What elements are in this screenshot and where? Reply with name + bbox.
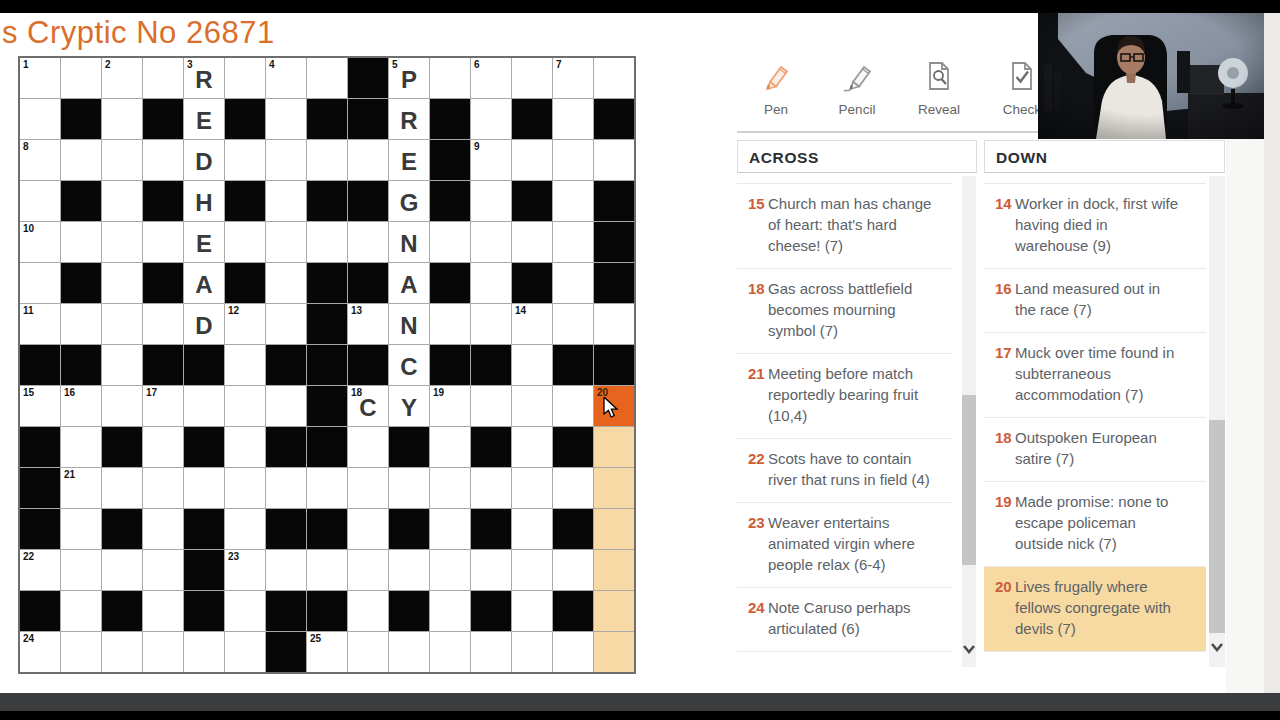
clue-number: 18 [737, 278, 768, 341]
clue-text: Note Caruso perhapsarticulated (6) [768, 597, 911, 639]
grid-cell-r2c2 [61, 99, 101, 139]
grid-cell-r2c5[interactable]: E [184, 99, 224, 139]
grid-cell-r13c15[interactable] [594, 550, 634, 590]
clue-17-down[interactable]: 17Muck over time found insubterraneousac… [984, 332, 1206, 417]
cell-number: 16 [64, 387, 75, 398]
cell-letter: H [184, 181, 224, 221]
page-title: s Cryptic No 26871 [2, 15, 275, 51]
grid-cell-r9c6[interactable] [225, 386, 265, 426]
grid-cell-r8c12 [471, 345, 511, 385]
clue-number: 23 [737, 512, 768, 575]
grid-cell-r11c8[interactable] [307, 468, 347, 508]
grid-cell-r4c4 [143, 181, 183, 221]
grid-cell-r13c6[interactable]: 23 [225, 550, 265, 590]
grid-cell-r4c1[interactable] [20, 181, 60, 221]
grid-cell-r6c3[interactable] [102, 263, 142, 303]
across-clues-panel: ACROSS 15Church man has changeof heart: … [737, 140, 977, 652]
grid-cell-r5c15 [594, 222, 634, 262]
grid-cell-r2c15 [594, 99, 634, 139]
grid-cell-r13c13[interactable] [512, 550, 552, 590]
grid-cell-r7c12[interactable] [471, 304, 511, 344]
across-scrollbar[interactable] [962, 176, 976, 667]
grid-cell-r1c11[interactable] [430, 58, 470, 98]
cell-number: 25 [310, 633, 321, 644]
grid-cell-r3c5[interactable]: D [184, 140, 224, 180]
grid-cell-r11c13[interactable] [512, 468, 552, 508]
grid-cell-r4c7[interactable] [266, 181, 306, 221]
grid-cell-r7c14[interactable] [553, 304, 593, 344]
grid-cell-r8c1 [20, 345, 60, 385]
grid-cell-r4c2 [61, 181, 101, 221]
grid-cell-r8c5 [184, 345, 224, 385]
pencil-button[interactable]: Pencil [821, 58, 893, 117]
cell-letter: E [184, 222, 224, 262]
grid-cell-r12c3 [102, 509, 142, 549]
grid-cell-r3c1[interactable]: 8 [20, 140, 60, 180]
grid-cell-r15c13[interactable] [512, 632, 552, 672]
grid-cell-r3c4[interactable] [143, 140, 183, 180]
grid-cell-r15c10[interactable] [389, 632, 429, 672]
cell-letter: Y [389, 386, 429, 426]
clue-number: 14 [984, 193, 1015, 256]
grid-cell-r13c7[interactable] [266, 550, 306, 590]
bottom-gray-bar [0, 693, 1280, 711]
grid-cell-r1c9 [348, 58, 388, 98]
grid-cell-r11c3[interactable] [102, 468, 142, 508]
reveal-icon [922, 58, 956, 96]
down-scrollbar[interactable] [1209, 176, 1225, 667]
grid-cell-r7c15[interactable] [594, 304, 634, 344]
grid-cell-r5c13[interactable] [512, 222, 552, 262]
grid-cell-r3c9[interactable] [348, 140, 388, 180]
grid-cell-r1c8[interactable] [307, 58, 347, 98]
grid-cell-r1c7[interactable]: 4 [266, 58, 306, 98]
grid-cell-r12c5 [184, 509, 224, 549]
clue-23-across[interactable]: 23Weaver entertainsanimated virgin where… [737, 502, 952, 587]
grid-cell-r14c4[interactable] [143, 591, 183, 631]
grid-cell-r9c14[interactable] [553, 386, 593, 426]
clue-number: 20 [984, 576, 1015, 639]
grid-cell-r7c4[interactable] [143, 304, 183, 344]
clue-number: 16 [984, 278, 1015, 320]
grid-cell-r10c12 [471, 427, 511, 467]
crossword-grid: 123R45P67ER8DE9HG10ENAA11D1213N14C151617… [18, 56, 636, 674]
grid-cell-r7c7[interactable] [266, 304, 306, 344]
clue-15-across[interactable]: 15Church man has changeof heart: that's … [737, 183, 952, 268]
grid-cell-r12c10 [389, 509, 429, 549]
across-scroll-down-chevron-icon[interactable] [962, 642, 976, 660]
grid-cell-r2c3[interactable] [102, 99, 142, 139]
grid-cell-r10c9[interactable] [348, 427, 388, 467]
grid-cell-r11c12[interactable] [471, 468, 511, 508]
cell-number: 10 [23, 223, 34, 234]
down-scrollbar-thumb[interactable] [1209, 420, 1225, 633]
grid-cell-r4c10[interactable]: G [389, 181, 429, 221]
grid-cell-r13c4[interactable] [143, 550, 183, 590]
clue-text: Weaver entertainsanimated virgin wherepe… [768, 512, 915, 575]
grid-cell-r9c7[interactable] [266, 386, 306, 426]
mouse-cursor [603, 397, 625, 423]
grid-cell-r10c15[interactable] [594, 427, 634, 467]
grid-cell-r10c4[interactable] [143, 427, 183, 467]
cell-number: 23 [228, 551, 239, 562]
grid-cell-r11c5[interactable] [184, 468, 224, 508]
grid-cell-r12c14 [553, 509, 593, 549]
grid-cell-r9c11[interactable]: 19 [430, 386, 470, 426]
clue-20-down[interactable]: 20Lives frugally wherefellows congregate… [984, 566, 1206, 652]
grid-cell-r8c6[interactable] [225, 345, 265, 385]
grid-cell-r7c13[interactable]: 14 [512, 304, 552, 344]
grid-cell-r9c9[interactable]: 18C [348, 386, 388, 426]
grid-cell-r7c3[interactable] [102, 304, 142, 344]
grid-cell-r7c10[interactable]: N [389, 304, 429, 344]
grid-cell-r2c7[interactable] [266, 99, 306, 139]
cell-letter: E [184, 99, 224, 139]
grid-cell-r5c7[interactable] [266, 222, 306, 262]
cell-number: 14 [515, 305, 526, 316]
grid-cell-r8c15 [594, 345, 634, 385]
check-icon [1005, 58, 1039, 96]
grid-cell-r13c1[interactable]: 22 [20, 550, 60, 590]
grid-cell-r1c1[interactable]: 1 [20, 58, 60, 98]
grid-cell-r6c1[interactable] [20, 263, 60, 303]
grid-cell-r15c9[interactable] [348, 632, 388, 672]
grid-cell-r1c4[interactable] [143, 58, 183, 98]
grid-cell-r5c11[interactable] [430, 222, 470, 262]
clue-22-across[interactable]: 22Scots have to containriver that runs i… [737, 438, 952, 502]
cell-number: 15 [23, 387, 34, 398]
clue-text: Scots have to containriver that runs in … [768, 448, 930, 490]
clue-number: 17 [984, 342, 1015, 405]
grid-cell-r7c5[interactable]: D [184, 304, 224, 344]
cell-letter: R [184, 58, 224, 98]
grid-cell-r15c11[interactable] [430, 632, 470, 672]
grid-cell-r15c1[interactable]: 24 [20, 632, 60, 672]
cell-number: 21 [64, 469, 75, 480]
grid-cell-r3c3[interactable] [102, 140, 142, 180]
grid-cell-r11c15[interactable] [594, 468, 634, 508]
grid-cell-r3c11 [430, 140, 470, 180]
grid-cell-r12c15[interactable] [594, 509, 634, 549]
cell-letter: C [348, 386, 388, 426]
grid-cell-r2c6 [225, 99, 265, 139]
grid-cell-r3c13[interactable] [512, 140, 552, 180]
clue-number: 22 [737, 448, 768, 490]
grid-cell-r2c10[interactable]: R [389, 99, 429, 139]
grid-cell-r13c2[interactable] [61, 550, 101, 590]
grid-cell-r11c7[interactable] [266, 468, 306, 508]
grid-cell-r7c1[interactable]: 11 [20, 304, 60, 344]
grid-cell-r3c2[interactable] [61, 140, 101, 180]
grid-cell-r5c5[interactable]: E [184, 222, 224, 262]
grid-cell-r9c12[interactable] [471, 386, 511, 426]
clue-number: 19 [984, 491, 1015, 554]
across-header: ACROSS [737, 140, 977, 173]
grid-cell-r8c10[interactable]: C [389, 345, 429, 385]
grid-cell-r11c6[interactable] [225, 468, 265, 508]
grid-cell-r14c7 [266, 591, 306, 631]
grid-cell-r4c13 [512, 181, 552, 221]
clue-number: 21 [737, 363, 768, 426]
grid-cell-r2c11 [430, 99, 470, 139]
grid-cell-r9c1[interactable]: 15 [20, 386, 60, 426]
grid-cell-r5c2[interactable] [61, 222, 101, 262]
grid-cell-r13c10[interactable] [389, 550, 429, 590]
grid-cell-r1c2[interactable] [61, 58, 101, 98]
grid-cell-r1c10[interactable]: 5P [389, 58, 429, 98]
grid-cell-r10c2[interactable] [61, 427, 101, 467]
grid-cell-r14c1 [20, 591, 60, 631]
grid-cell-r1c5[interactable]: 3R [184, 58, 224, 98]
grid-cell-r12c11[interactable] [430, 509, 470, 549]
grid-cell-r12c2[interactable] [61, 509, 101, 549]
grid-cell-r7c6[interactable]: 12 [225, 304, 265, 344]
cell-number: 9 [474, 141, 480, 152]
grid-cell-r13c9[interactable] [348, 550, 388, 590]
clue-16-down[interactable]: 16Land measured out inthe race (7) [984, 268, 1206, 332]
clue-19-down[interactable]: 19Made promise: none toescape policemano… [984, 481, 1206, 566]
grid-cell-r3c14[interactable] [553, 140, 593, 180]
grid-cell-r11c4[interactable] [143, 468, 183, 508]
grid-cell-r13c12[interactable] [471, 550, 511, 590]
grid-cell-r15c6[interactable] [225, 632, 265, 672]
grid-cell-r14c9[interactable] [348, 591, 388, 631]
grid-cell-r9c2[interactable]: 16 [61, 386, 101, 426]
grid-cell-r12c8 [307, 509, 347, 549]
grid-cell-r14c6[interactable] [225, 591, 265, 631]
grid-cell-r2c9 [348, 99, 388, 139]
cell-number: 4 [269, 59, 275, 70]
grid-cell-r6c15 [594, 263, 634, 303]
grid-cell-r1c14[interactable]: 7 [553, 58, 593, 98]
grid-cell-r11c2[interactable]: 21 [61, 468, 101, 508]
grid-cell-r6c11 [430, 263, 470, 303]
cell-number: 6 [474, 59, 480, 70]
grid-cell-r6c5[interactable]: A [184, 263, 224, 303]
clue-text: Outspoken Europeansatire (7) [1015, 427, 1157, 469]
grid-cell-r12c9[interactable] [348, 509, 388, 549]
grid-cell-r1c13[interactable] [512, 58, 552, 98]
clue-text: Church man has changeof heart: that's ha… [768, 193, 931, 256]
right-edge-strip [1264, 13, 1280, 693]
grid-cell-r8c13[interactable] [512, 345, 552, 385]
grid-cell-r9c8 [307, 386, 347, 426]
grid-cell-r6c6 [225, 263, 265, 303]
grid-cell-r10c6[interactable] [225, 427, 265, 467]
clue-number: 24 [737, 597, 768, 639]
grid-cell-r6c14[interactable] [553, 263, 593, 303]
cell-number: 17 [146, 387, 157, 398]
grid-cell-r11c1 [20, 468, 60, 508]
grid-cell-r2c8 [307, 99, 347, 139]
grid-cell-r5c8[interactable] [307, 222, 347, 262]
grid-cell-r10c14 [553, 427, 593, 467]
grid-cell-r10c10 [389, 427, 429, 467]
grid-cell-r4c12[interactable] [471, 181, 511, 221]
grid-cell-r9c10[interactable]: Y [389, 386, 429, 426]
grid-cell-r5c4[interactable] [143, 222, 183, 262]
grid-cell-r12c7 [266, 509, 306, 549]
grid-cell-r14c3 [102, 591, 142, 631]
grid-cell-r5c1[interactable]: 10 [20, 222, 60, 262]
grid-cell-r10c5 [184, 427, 224, 467]
grid-cell-r6c13 [512, 263, 552, 303]
grid-cell-r5c14[interactable] [553, 222, 593, 262]
grid-cell-r12c12 [471, 509, 511, 549]
grid-cell-r15c3[interactable] [102, 632, 142, 672]
grid-cell-r10c11[interactable] [430, 427, 470, 467]
across-scrollbar-thumb[interactable] [962, 395, 976, 565]
grid-cell-r8c2 [61, 345, 101, 385]
pen-button-label: Pen [740, 102, 812, 117]
cell-letter: G [389, 181, 429, 221]
cell-letter: A [184, 263, 224, 303]
grid-cell-r1c12[interactable]: 6 [471, 58, 511, 98]
grid-cell-r5c6[interactable] [225, 222, 265, 262]
grid-cell-r10c1 [20, 427, 60, 467]
grid-cell-r14c5 [184, 591, 224, 631]
grid-cell-r4c11 [430, 181, 470, 221]
clue-text: Muck over time found insubterraneousacco… [1015, 342, 1174, 405]
grid-cell-r3c15[interactable] [594, 140, 634, 180]
grid-cell-r15c4[interactable] [143, 632, 183, 672]
clue-14-down[interactable]: 14Worker in dock, first wifehaving died … [984, 183, 1206, 268]
across-clue-list: 15Church man has changeof heart: that's … [737, 173, 952, 652]
grid-cell-r15c8[interactable]: 25 [307, 632, 347, 672]
grid-cell-r15c5[interactable] [184, 632, 224, 672]
grid-cell-r11c14[interactable] [553, 468, 593, 508]
cell-letter: N [389, 304, 429, 344]
pen-button[interactable]: Pen [740, 58, 812, 117]
reveal-button[interactable]: Reveal [903, 58, 975, 117]
grid-cell-r1c6[interactable] [225, 58, 265, 98]
grid-cell-r3c6[interactable] [225, 140, 265, 180]
grid-cell-r5c3[interactable] [102, 222, 142, 262]
clue-text: Land measured out inthe race (7) [1015, 278, 1160, 320]
grid-cell-r4c14[interactable] [553, 181, 593, 221]
cell-letter: N [389, 222, 429, 262]
grid-cell-r7c11[interactable] [430, 304, 470, 344]
clue-number: 15 [737, 193, 768, 256]
cell-number: 7 [556, 59, 562, 70]
down-header: DOWN [984, 140, 1225, 173]
grid-cell-r10c8 [307, 427, 347, 467]
grid-cell-r6c10[interactable]: A [389, 263, 429, 303]
down-clues-panel: DOWN 14Worker in dock, first wifehaving … [984, 140, 1225, 652]
clue-18-across[interactable]: 18Gas across battlefieldbecomes mourning… [737, 268, 952, 353]
grid-cell-r2c4 [143, 99, 183, 139]
grid-cell-r8c8 [307, 345, 347, 385]
grid-cell-r12c6[interactable] [225, 509, 265, 549]
grid-cell-r11c11[interactable] [430, 468, 470, 508]
grid-cell-r5c12[interactable] [471, 222, 511, 262]
grid-cell-r14c14 [553, 591, 593, 631]
clue-24-across[interactable]: 24Note Caruso perhapsarticulated (6) [737, 587, 952, 652]
grid-cell-r2c1[interactable] [20, 99, 60, 139]
top-letterbox-bar [0, 0, 1280, 13]
grid-cell-r14c11[interactable] [430, 591, 470, 631]
grid-cell-r8c3[interactable] [102, 345, 142, 385]
grid-cell-r3c12[interactable]: 9 [471, 140, 511, 180]
cell-number: 11 [23, 305, 34, 316]
grid-cell-r5c9[interactable] [348, 222, 388, 262]
clue-text: Meeting before matchreportedly bearing f… [768, 363, 918, 426]
clue-text: Made promise: none toescape policemanout… [1015, 491, 1168, 554]
grid-cell-r6c12[interactable] [471, 263, 511, 303]
grid-cell-r9c3[interactable] [102, 386, 142, 426]
grid-cell-r7c2[interactable] [61, 304, 101, 344]
toolbar-divider [737, 131, 1040, 133]
grid-cell-r15c2[interactable] [61, 632, 101, 672]
grid-cell-r12c1 [20, 509, 60, 549]
down-scroll-down-chevron-icon[interactable] [1209, 640, 1225, 658]
grid-cell-r15c12[interactable] [471, 632, 511, 672]
grid-cell-r15c15[interactable] [594, 632, 634, 672]
grid-cell-r11c9[interactable] [348, 468, 388, 508]
grid-cell-r2c13 [512, 99, 552, 139]
cell-number: 8 [23, 141, 29, 152]
grid-cell-r12c4[interactable] [143, 509, 183, 549]
grid-cell-r14c2[interactable] [61, 591, 101, 631]
pen-icon [759, 58, 793, 96]
grid-cell-r4c5[interactable]: H [184, 181, 224, 221]
grid-cell-r13c3[interactable] [102, 550, 142, 590]
cell-number: 19 [433, 387, 444, 398]
grid-cell-r13c14[interactable] [553, 550, 593, 590]
grid-cell-r14c15[interactable] [594, 591, 634, 631]
cell-letter: D [184, 140, 224, 180]
grid-cell-r2c12[interactable] [471, 99, 511, 139]
grid-cell-r15c14[interactable] [553, 632, 593, 672]
bottom-letterbox-bar [0, 711, 1280, 720]
cell-letter: E [389, 140, 429, 180]
grid-cell-r12c13[interactable] [512, 509, 552, 549]
grid-cell-r1c3[interactable]: 2 [102, 58, 142, 98]
cell-number: 1 [23, 59, 29, 70]
grid-cell-r9c4[interactable]: 17 [143, 386, 183, 426]
grid-cell-r3c8[interactable] [307, 140, 347, 180]
grid-cell-r2c14[interactable] [553, 99, 593, 139]
right-pane-background [1226, 139, 1264, 693]
grid-cell-r1c15[interactable] [594, 58, 634, 98]
grid-cell-r4c9 [348, 181, 388, 221]
grid-cell-r6c2 [61, 263, 101, 303]
grid-cell-r15c7 [266, 632, 306, 672]
grid-cell-r10c13[interactable] [512, 427, 552, 467]
grid-cell-r3c7[interactable] [266, 140, 306, 180]
grid-cell-r5c10[interactable]: N [389, 222, 429, 262]
grid-cell-r4c3[interactable] [102, 181, 142, 221]
grid-cell-r8c9 [348, 345, 388, 385]
clue-21-across[interactable]: 21Meeting before matchreportedly bearing… [737, 353, 952, 438]
grid-cell-r8c14 [553, 345, 593, 385]
grid-cell-r13c11[interactable] [430, 550, 470, 590]
grid-cell-r14c13[interactable] [512, 591, 552, 631]
grid-cell-r11c10[interactable] [389, 468, 429, 508]
pencil-icon [840, 58, 874, 96]
grid-cell-r7c8 [307, 304, 347, 344]
grid-cell-r7c9[interactable]: 13 [348, 304, 388, 344]
grid-cell-r10c7 [266, 427, 306, 467]
grid-cell-r6c7[interactable] [266, 263, 306, 303]
grid-cell-r3c10[interactable]: E [389, 140, 429, 180]
grid-cell-r13c8[interactable] [307, 550, 347, 590]
grid-cell-r9c5[interactable] [184, 386, 224, 426]
clue-18-down[interactable]: 18Outspoken Europeansatire (7) [984, 417, 1206, 481]
grid-cell-r10c3 [102, 427, 142, 467]
grid-cell-r14c12 [471, 591, 511, 631]
grid-cell-r9c13[interactable] [512, 386, 552, 426]
